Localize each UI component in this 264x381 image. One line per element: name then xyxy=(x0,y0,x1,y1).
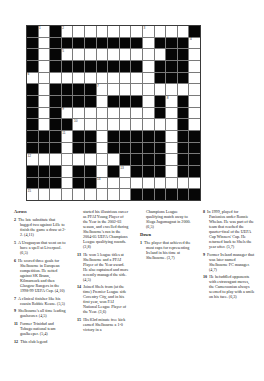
grid-cell[interactable] xyxy=(120,73,131,84)
black-cell xyxy=(131,166,142,177)
grid-cell[interactable] xyxy=(73,108,84,119)
black-cell xyxy=(189,189,200,200)
black-cell xyxy=(120,96,131,107)
grid-cell[interactable] xyxy=(85,119,96,130)
grid-cell[interactable] xyxy=(143,96,154,107)
grid-cell[interactable] xyxy=(39,49,50,60)
black-cell xyxy=(27,96,38,107)
black-cell xyxy=(50,26,61,37)
grid-cell[interactable] xyxy=(73,189,84,200)
clue-10: 10 He befuddled opponents with extravaga… xyxy=(203,274,255,299)
grid-cell[interactable] xyxy=(39,84,50,95)
black-cell xyxy=(85,96,96,107)
black-cell xyxy=(189,154,200,165)
black-cell xyxy=(62,96,73,107)
grid-cell[interactable] xyxy=(108,26,119,37)
black-cell xyxy=(178,96,189,107)
grid-cell[interactable] xyxy=(97,166,108,177)
clue-number: 7 xyxy=(97,84,99,88)
grid-cell[interactable] xyxy=(189,108,200,119)
grid-cell[interactable] xyxy=(73,49,84,60)
clue-15: 15 His 83rd minute free kick earned Shel… xyxy=(77,317,129,332)
black-cell xyxy=(108,131,119,142)
black-cell xyxy=(155,61,166,72)
clue-number: 10 xyxy=(74,119,78,123)
grid-cell[interactable] xyxy=(155,49,166,60)
grid-cell[interactable] xyxy=(50,154,61,165)
grid-cell[interactable] xyxy=(85,26,96,37)
grid-cell[interactable] xyxy=(97,108,108,119)
clue-7: 7 A clinical finisher like his cousin Ro… xyxy=(14,296,66,306)
grid-cell[interactable] xyxy=(108,189,119,200)
black-cell xyxy=(178,49,189,60)
black-cell xyxy=(73,178,84,189)
grid-cell[interactable]: 11 xyxy=(62,131,73,142)
clue-1: 1 The player that achieved the most caps… xyxy=(140,240,192,260)
black-cell xyxy=(155,96,166,107)
grid-cell[interactable] xyxy=(155,119,166,130)
clue-8: 8 In 1999, played for Panionios under Ro… xyxy=(203,209,255,249)
clue-number: 13 xyxy=(120,166,124,170)
black-cell xyxy=(155,73,166,84)
clue-list-number: 1 xyxy=(140,240,144,245)
grid-cell[interactable] xyxy=(39,154,50,165)
clue-9: 9 Shelbourne's all time leading goalscor… xyxy=(14,308,66,318)
grid-cell[interactable] xyxy=(143,49,154,60)
grid-cell[interactable] xyxy=(97,49,108,60)
black-cell xyxy=(27,49,38,60)
black-cell xyxy=(120,154,131,165)
black-cell xyxy=(178,119,189,130)
clue-list-number: 14 xyxy=(77,284,83,289)
clue-9: 9 Former Ireland manager that was later … xyxy=(203,252,255,272)
grid-cell[interactable] xyxy=(155,84,166,95)
grid-cell[interactable] xyxy=(143,38,154,49)
grid-cell[interactable] xyxy=(143,73,154,84)
black-cell xyxy=(50,178,61,189)
grid-cell[interactable]: 4 xyxy=(189,38,200,49)
black-cell xyxy=(189,131,200,142)
grid-cell[interactable] xyxy=(97,96,108,107)
grid-cell[interactable] xyxy=(97,143,108,154)
grid-cell[interactable] xyxy=(166,166,177,177)
grid-cell[interactable]: 1 xyxy=(39,26,50,37)
grid-cell[interactable] xyxy=(97,131,108,142)
grid-cell[interactable] xyxy=(108,154,119,165)
black-cell xyxy=(131,189,142,200)
grid-cell[interactable] xyxy=(166,131,177,142)
black-cell xyxy=(97,61,108,72)
grid-cell[interactable] xyxy=(143,178,154,189)
black-cell xyxy=(166,61,177,72)
black-cell xyxy=(27,61,38,72)
grid-cell[interactable] xyxy=(166,119,177,130)
grid-cell[interactable] xyxy=(39,119,50,130)
clue-12: 12 This club legend xyxy=(14,339,66,344)
black-cell xyxy=(131,61,142,72)
black-cell xyxy=(108,143,119,154)
grid-cell[interactable] xyxy=(189,49,200,60)
grid-cell[interactable] xyxy=(178,84,189,95)
grid-cell[interactable] xyxy=(143,108,154,119)
grid-cell[interactable] xyxy=(39,189,50,200)
clue-list-number: 15 xyxy=(77,317,83,322)
clue-list-number: 12 xyxy=(14,339,20,344)
grid-cell[interactable] xyxy=(39,61,50,72)
clue-list-number: 2 xyxy=(14,217,18,222)
grid-cell[interactable]: 3 xyxy=(143,26,154,37)
clue-list-number: 9 xyxy=(203,252,207,257)
black-cell xyxy=(50,96,61,107)
grid-cell[interactable] xyxy=(108,119,119,130)
clue-5: 5 A Uruguayan that went on to have a spe… xyxy=(14,240,66,255)
grid-cell[interactable] xyxy=(166,178,177,189)
grid-cell[interactable] xyxy=(85,189,96,200)
black-cell xyxy=(73,61,84,72)
black-cell xyxy=(27,166,38,177)
black-cell xyxy=(189,26,200,37)
grid-cell[interactable] xyxy=(85,49,96,60)
grid-cell[interactable] xyxy=(73,154,84,165)
grid-cell[interactable] xyxy=(62,143,73,154)
grid-cell[interactable] xyxy=(85,108,96,119)
across-header: Across xyxy=(14,209,66,214)
black-cell xyxy=(143,131,154,142)
black-cell xyxy=(27,143,38,154)
grid-cell[interactable] xyxy=(189,84,200,95)
black-cell xyxy=(178,38,189,49)
clue-number: 14 xyxy=(97,177,101,181)
black-cell xyxy=(39,166,50,177)
grid-cell[interactable] xyxy=(108,73,119,84)
clue-number: 1 xyxy=(39,26,41,30)
black-cell xyxy=(178,143,189,154)
black-cell xyxy=(62,38,73,49)
grid-cell[interactable] xyxy=(108,84,119,95)
black-cell xyxy=(131,143,142,154)
black-cell xyxy=(155,131,166,142)
black-cell xyxy=(166,38,177,49)
clue-continuation: started his illustrious career as PFAI Y… xyxy=(77,209,129,249)
grid-cell[interactable] xyxy=(97,73,108,84)
black-cell xyxy=(131,96,142,107)
grid-cell[interactable] xyxy=(97,119,108,130)
grid-cell[interactable] xyxy=(166,84,177,95)
black-cell xyxy=(85,143,96,154)
grid-cell[interactable] xyxy=(166,108,177,119)
grid-cell[interactable] xyxy=(189,119,200,130)
grid-cell[interactable] xyxy=(178,178,189,189)
grid-cell[interactable] xyxy=(120,84,131,95)
black-cell xyxy=(120,143,131,154)
grid-cell[interactable]: 13 xyxy=(120,166,131,177)
grid-cell[interactable] xyxy=(62,178,73,189)
clue-list-number: 9 xyxy=(14,308,18,313)
grid-cell[interactable] xyxy=(97,154,108,165)
clues-column-4: 8 In 1999, played for Panionios under Ro… xyxy=(203,209,255,302)
grid-cell[interactable] xyxy=(120,178,131,189)
clue-number: 12 xyxy=(28,154,32,158)
black-cell xyxy=(108,166,119,177)
black-cell xyxy=(178,131,189,142)
grid-cell[interactable] xyxy=(39,108,50,119)
clue-number: 3 xyxy=(144,26,146,30)
clue-continuation: Champions League qualifying match away t… xyxy=(140,209,192,229)
clues-column-1: Across2 The late substitute that bagged … xyxy=(14,209,66,347)
black-cell xyxy=(131,154,142,165)
grid-cell[interactable] xyxy=(39,38,50,49)
black-cell xyxy=(143,166,154,177)
grid-cell[interactable]: 6 xyxy=(27,73,38,84)
grid-cell[interactable] xyxy=(131,49,142,60)
grid-cell[interactable] xyxy=(131,108,142,119)
black-cell xyxy=(50,61,61,72)
clue-list-number: 10 xyxy=(203,274,209,279)
black-cell xyxy=(50,131,61,142)
black-cell xyxy=(73,143,84,154)
grid-cell[interactable] xyxy=(166,26,177,37)
black-cell xyxy=(143,154,154,165)
black-cell xyxy=(85,84,96,95)
grid-cell[interactable] xyxy=(120,49,131,60)
black-cell xyxy=(27,38,38,49)
grid-cell[interactable] xyxy=(50,189,61,200)
grid-cell[interactable] xyxy=(131,119,142,130)
grid-cell[interactable] xyxy=(62,189,73,200)
black-cell xyxy=(85,166,96,177)
black-cell xyxy=(27,178,38,189)
clue-number: 8 xyxy=(167,96,169,100)
grid-cell[interactable] xyxy=(143,61,154,72)
black-cell xyxy=(178,166,189,177)
grid-cell[interactable] xyxy=(62,154,73,165)
grid-cell[interactable] xyxy=(178,26,189,37)
grid-cell[interactable] xyxy=(166,143,177,154)
grid-cell[interactable] xyxy=(120,119,131,130)
black-cell xyxy=(39,143,50,154)
grid-cell[interactable] xyxy=(97,26,108,37)
black-cell xyxy=(27,84,38,95)
black-cell xyxy=(50,166,61,177)
black-cell xyxy=(166,73,177,84)
black-cell xyxy=(50,38,61,49)
grid-cell[interactable] xyxy=(120,189,131,200)
black-cell xyxy=(50,84,61,95)
black-cell xyxy=(178,154,189,165)
clue-2: 2 The late substitute that bagged two ag… xyxy=(14,217,66,237)
black-cell xyxy=(62,61,73,72)
grid-cell[interactable] xyxy=(85,73,96,84)
black-cell xyxy=(97,38,108,49)
black-cell xyxy=(155,189,166,200)
black-cell xyxy=(85,61,96,72)
grid-cell[interactable] xyxy=(85,154,96,165)
grid-cell[interactable]: 2 xyxy=(62,26,73,37)
black-cell xyxy=(73,131,84,142)
grid-cell[interactable]: 5 xyxy=(62,49,73,60)
black-cell xyxy=(189,166,200,177)
clues-column-3: Champions League qualifying match away t… xyxy=(140,209,192,263)
grid-cell[interactable] xyxy=(73,73,84,84)
grid-cell[interactable] xyxy=(131,178,142,189)
black-cell xyxy=(143,189,154,200)
grid-cell[interactable] xyxy=(189,73,200,84)
black-cell xyxy=(27,26,38,37)
clue-13: 13 He won 5 league titles at Shelbourne … xyxy=(77,252,129,282)
black-cell xyxy=(50,119,61,130)
black-cell xyxy=(120,38,131,49)
black-cell xyxy=(73,38,84,49)
clue-number: 2 xyxy=(62,26,64,30)
grid-cell[interactable] xyxy=(143,119,154,130)
grid-cell[interactable] xyxy=(50,73,61,84)
clue-6: 6 He scored three goals for Shelbourne i… xyxy=(14,258,66,293)
black-cell xyxy=(108,61,119,72)
grid-cell[interactable] xyxy=(97,189,108,200)
black-cell xyxy=(166,189,177,200)
clue-number: 15 xyxy=(28,189,32,193)
grid-cell[interactable] xyxy=(189,61,200,72)
black-cell xyxy=(120,131,131,142)
black-cell xyxy=(143,143,154,154)
grid-cell[interactable] xyxy=(62,166,73,177)
black-cell xyxy=(85,178,96,189)
clue-14: 14 Joined Shels from (at the time) Premi… xyxy=(77,284,129,314)
grid-cell[interactable]: 7 xyxy=(97,84,108,95)
clue-number: 9 xyxy=(62,107,64,111)
grid-cell[interactable]: 8 xyxy=(166,96,177,107)
clue-number: 5 xyxy=(62,49,64,53)
black-cell xyxy=(50,143,61,154)
grid-cell[interactable] xyxy=(155,178,166,189)
black-cell xyxy=(178,189,189,200)
black-cell xyxy=(155,108,166,119)
black-cell xyxy=(108,38,119,49)
black-cell xyxy=(155,143,166,154)
black-cell xyxy=(155,38,166,49)
black-cell xyxy=(155,166,166,177)
grid-cell[interactable] xyxy=(108,108,119,119)
grid-cell[interactable] xyxy=(166,154,177,165)
clue-list-number: 8 xyxy=(203,209,207,214)
black-cell xyxy=(178,108,189,119)
black-cell xyxy=(50,49,61,60)
black-cell xyxy=(73,96,84,107)
clues-column-2: started his illustrious career as PFAI Y… xyxy=(77,209,129,335)
black-cell xyxy=(73,84,84,95)
clue-11: 11 Former Trinidad and Tobago national t… xyxy=(14,321,66,336)
black-cell xyxy=(131,38,142,49)
black-cell xyxy=(178,73,189,84)
black-cell xyxy=(27,119,38,130)
black-cell xyxy=(189,143,200,154)
black-cell xyxy=(39,178,50,189)
grid-cell[interactable] xyxy=(131,26,142,37)
clue-number: 4 xyxy=(190,37,192,41)
black-cell xyxy=(27,108,38,119)
grid-cell[interactable] xyxy=(120,108,131,119)
black-cell xyxy=(62,84,73,95)
grid-cell[interactable]: 15 xyxy=(27,189,38,200)
grid-cell[interactable] xyxy=(189,96,200,107)
black-cell xyxy=(178,61,189,72)
grid-cell[interactable]: 14 xyxy=(97,178,108,189)
clue-list-number: 6 xyxy=(14,258,18,263)
grid-cell[interactable] xyxy=(108,49,119,60)
clue-list-number: 11 xyxy=(14,321,20,326)
black-cell xyxy=(166,49,177,60)
grid-cell[interactable]: 9 xyxy=(62,108,73,119)
grid-cell[interactable] xyxy=(131,73,142,84)
black-cell xyxy=(85,131,96,142)
black-cell xyxy=(27,131,38,142)
black-cell xyxy=(155,154,166,165)
grid-cell[interactable] xyxy=(39,96,50,107)
black-cell xyxy=(120,61,131,72)
black-cell xyxy=(73,166,84,177)
grid-cell[interactable]: 10 xyxy=(73,119,84,130)
black-cell xyxy=(50,108,61,119)
grid-cell[interactable] xyxy=(108,178,119,189)
grid-cell[interactable] xyxy=(155,26,166,37)
down-header: Down xyxy=(140,232,192,237)
grid-cell[interactable] xyxy=(39,73,50,84)
clue-list-number: 5 xyxy=(14,240,18,245)
crossword-grid[interactable]: 123456789101112131415 xyxy=(26,25,201,201)
grid-cell[interactable] xyxy=(189,178,200,189)
grid-cell[interactable] xyxy=(120,26,131,37)
grid-cell[interactable] xyxy=(143,84,154,95)
black-cell xyxy=(108,96,119,107)
black-cell xyxy=(39,131,50,142)
clue-list-number: 13 xyxy=(77,252,83,257)
clue-number: 11 xyxy=(62,131,65,135)
grid-cell[interactable] xyxy=(73,26,84,37)
grid-cell[interactable] xyxy=(131,84,142,95)
clue-list-number: 7 xyxy=(14,296,18,301)
black-cell xyxy=(62,119,73,130)
black-cell xyxy=(85,38,96,49)
black-cell xyxy=(131,131,142,142)
clue-number: 6 xyxy=(28,72,30,76)
grid-cell[interactable] xyxy=(62,73,73,84)
grid-cell[interactable]: 12 xyxy=(27,154,38,165)
